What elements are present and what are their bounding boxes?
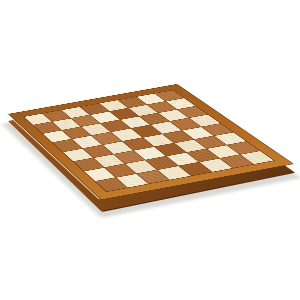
chessboard-product-photo — [0, 0, 300, 300]
